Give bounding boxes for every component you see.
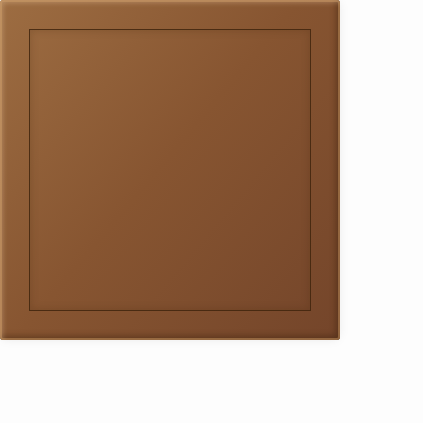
rank-labels-right [310,30,340,310]
playing-field [30,30,310,310]
file-labels-far [30,0,310,30]
product-photo-scene [0,0,423,423]
chessboard [0,0,340,340]
file-labels-near [30,310,310,340]
rank-labels-left [0,30,30,310]
